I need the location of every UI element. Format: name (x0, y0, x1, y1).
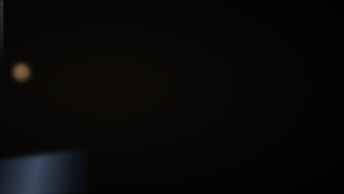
pawn-head (13, 64, 30, 81)
pawn-body (4, 78, 38, 154)
background-pawn-bronze (4, 64, 38, 166)
background-photo (0, 0, 344, 194)
background-edge-light (0, 0, 3, 62)
stream-frame: ♜♝♛♚♜♟♟♟♟♟♟♟♞♞♝♟♝♟♞♟♟♟♟♟♟♟♜♞♝♛♜♚ 10:00 1… (0, 0, 344, 194)
